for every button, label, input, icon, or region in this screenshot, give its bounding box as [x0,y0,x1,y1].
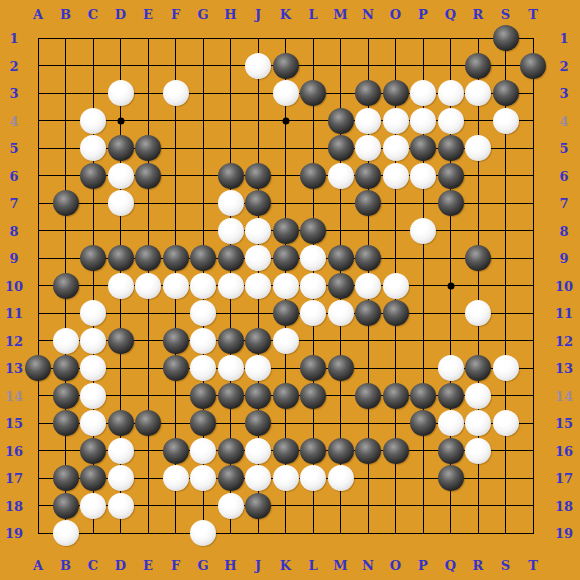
column-label-top-P: P [418,7,428,22]
stone-white-K12[interactable] [273,328,299,354]
row-label-left-3: 3 [9,86,18,101]
column-label-bottom-H: H [224,558,236,573]
stone-white-H13[interactable] [218,355,244,381]
stone-black-J18[interactable] [245,493,271,519]
stone-black-D12[interactable] [108,328,134,354]
stone-white-F3[interactable] [163,80,189,106]
stone-black-J7[interactable] [245,190,271,216]
stone-black-N11[interactable] [355,300,381,326]
stone-black-C17[interactable] [80,465,106,491]
stone-white-J9[interactable] [245,245,271,271]
column-label-top-J: J [255,7,261,22]
column-label-bottom-J: J [255,558,261,573]
row-label-left-12: 12 [5,333,23,348]
stone-white-F17[interactable] [163,465,189,491]
stone-black-Q16[interactable] [438,438,464,464]
stone-black-Q5[interactable] [438,135,464,161]
stone-black-Q14[interactable] [438,383,464,409]
column-label-top-T: T [528,7,538,22]
stone-black-F9[interactable] [163,245,189,271]
stone-white-L10[interactable] [300,273,326,299]
row-label-right-11: 11 [555,306,573,321]
row-label-left-5: 5 [9,141,18,156]
stone-white-J8[interactable] [245,218,271,244]
stone-white-H8[interactable] [218,218,244,244]
stone-black-C16[interactable] [80,438,106,464]
row-label-right-16: 16 [555,443,573,458]
stone-black-B10[interactable] [53,273,79,299]
stone-black-P15[interactable] [410,410,436,436]
row-label-left-7: 7 [9,196,18,211]
stone-white-G16[interactable] [190,438,216,464]
stone-black-O11[interactable] [383,300,409,326]
column-label-top-B: B [60,7,71,22]
stone-black-L3[interactable] [300,80,326,106]
row-label-left-11: 11 [5,306,23,321]
row-label-right-15: 15 [555,416,573,431]
stone-white-P4[interactable] [410,108,436,134]
row-label-right-8: 8 [559,223,568,238]
stone-white-G17[interactable] [190,465,216,491]
stone-black-K16[interactable] [273,438,299,464]
stone-black-E15[interactable] [135,410,161,436]
column-label-bottom-M: M [333,558,347,573]
stone-white-B12[interactable] [53,328,79,354]
row-label-right-18: 18 [555,498,573,513]
stone-white-K10[interactable] [273,273,299,299]
column-label-top-G: G [197,7,208,22]
column-label-bottom-B: B [60,558,71,573]
stone-white-S15[interactable] [493,410,519,436]
stone-black-M16[interactable] [328,438,354,464]
stone-white-D3[interactable] [108,80,134,106]
stone-white-P8[interactable] [410,218,436,244]
stone-white-R15[interactable] [465,410,491,436]
stone-white-G11[interactable] [190,300,216,326]
row-label-left-15: 15 [5,416,23,431]
stone-white-D16[interactable] [108,438,134,464]
row-label-right-14: 14 [555,388,573,403]
stone-black-J15[interactable] [245,410,271,436]
stone-black-L16[interactable] [300,438,326,464]
stone-black-H12[interactable] [218,328,244,354]
stone-black-B14[interactable] [53,383,79,409]
stone-white-R11[interactable] [465,300,491,326]
stone-white-Q3[interactable] [438,80,464,106]
row-label-left-10: 10 [5,278,23,293]
stone-black-K11[interactable] [273,300,299,326]
column-label-top-F: F [171,7,180,22]
stone-white-O4[interactable] [383,108,409,134]
stone-white-S4[interactable] [493,108,519,134]
stone-black-K9[interactable] [273,245,299,271]
stone-black-J12[interactable] [245,328,271,354]
column-label-top-O: O [390,7,401,22]
stone-white-C12[interactable] [80,328,106,354]
row-label-right-9: 9 [559,251,568,266]
column-label-top-C: C [88,7,98,22]
stone-white-M11[interactable] [328,300,354,326]
column-label-bottom-P: P [418,558,428,573]
stone-black-B13[interactable] [53,355,79,381]
stone-white-C13[interactable] [80,355,106,381]
row-label-left-18: 18 [5,498,23,513]
row-label-right-7: 7 [559,196,568,211]
stone-black-H17[interactable] [218,465,244,491]
stone-white-Q13[interactable] [438,355,464,381]
stone-black-B7[interactable] [53,190,79,216]
stone-white-C5[interactable] [80,135,106,161]
row-label-right-17: 17 [555,471,573,486]
stone-white-F10[interactable] [163,273,189,299]
column-label-bottom-D: D [115,558,126,573]
row-label-left-2: 2 [9,58,18,73]
stone-white-S13[interactable] [493,355,519,381]
stone-black-Q7[interactable] [438,190,464,216]
stone-black-B15[interactable] [53,410,79,436]
stone-black-K14[interactable] [273,383,299,409]
stone-black-D5[interactable] [108,135,134,161]
stone-white-O10[interactable] [383,273,409,299]
stone-black-F12[interactable] [163,328,189,354]
row-label-left-1: 1 [9,31,18,46]
column-label-bottom-N: N [362,558,374,573]
row-label-right-4: 4 [559,113,568,128]
stone-black-L6[interactable] [300,163,326,189]
column-label-bottom-T: T [528,558,538,573]
row-label-left-4: 4 [9,113,18,128]
stone-white-Q15[interactable] [438,410,464,436]
row-label-left-14: 14 [5,388,23,403]
stone-black-E9[interactable] [135,245,161,271]
stone-black-N6[interactable] [355,163,381,189]
column-label-bottom-Q: Q [445,558,456,573]
stone-black-C9[interactable] [80,245,106,271]
stone-white-H18[interactable] [218,493,244,519]
stone-white-J10[interactable] [245,273,271,299]
stone-white-D10[interactable] [108,273,134,299]
stone-black-K8[interactable] [273,218,299,244]
stone-black-L8[interactable] [300,218,326,244]
stone-black-M13[interactable] [328,355,354,381]
stone-black-C6[interactable] [80,163,106,189]
row-label-right-5: 5 [559,141,568,156]
stone-white-D18[interactable] [108,493,134,519]
stone-black-H14[interactable] [218,383,244,409]
stone-black-E6[interactable] [135,163,161,189]
stone-black-F13[interactable] [163,355,189,381]
stone-black-O14[interactable] [383,383,409,409]
stone-black-E5[interactable] [135,135,161,161]
column-label-top-S: S [501,7,510,22]
column-label-top-M: M [333,7,347,22]
stone-black-L14[interactable] [300,383,326,409]
stone-white-C4[interactable] [80,108,106,134]
stone-white-L17[interactable] [300,465,326,491]
row-label-left-8: 8 [9,223,18,238]
stone-white-G12[interactable] [190,328,216,354]
stone-black-N3[interactable] [355,80,381,106]
stone-black-D15[interactable] [108,410,134,436]
stone-black-Q17[interactable] [438,465,464,491]
column-label-bottom-R: R [473,558,484,573]
stone-black-R13[interactable] [465,355,491,381]
stone-white-K17[interactable] [273,465,299,491]
column-label-bottom-E: E [143,558,153,573]
stone-black-H16[interactable] [218,438,244,464]
stone-black-G14[interactable] [190,383,216,409]
stone-white-P6[interactable] [410,163,436,189]
stone-black-R9[interactable] [465,245,491,271]
column-label-bottom-F: F [171,558,180,573]
stone-black-M9[interactable] [328,245,354,271]
stone-black-J14[interactable] [245,383,271,409]
stone-white-J2[interactable] [245,53,271,79]
stone-black-L13[interactable] [300,355,326,381]
stone-white-G13[interactable] [190,355,216,381]
stone-black-T2[interactable] [520,53,546,79]
column-label-top-N: N [362,7,374,22]
stone-white-C14[interactable] [80,383,106,409]
stone-white-J13[interactable] [245,355,271,381]
stone-black-F16[interactable] [163,438,189,464]
row-label-right-2: 2 [559,58,568,73]
stone-black-P14[interactable] [410,383,436,409]
column-label-bottom-S: S [501,558,510,573]
grid-line-vertical [533,38,534,534]
go-board[interactable]: AABBCCDDEEFFGGHHJJKKLLMMNNOOPPQQRRSSTT11… [0,0,580,580]
stone-white-E10[interactable] [135,273,161,299]
stone-black-Q6[interactable] [438,163,464,189]
stone-black-R2[interactable] [465,53,491,79]
stone-black-M5[interactable] [328,135,354,161]
stone-black-J6[interactable] [245,163,271,189]
column-label-bottom-K: K [280,558,291,573]
row-label-left-16: 16 [5,443,23,458]
stone-black-P5[interactable] [410,135,436,161]
stone-black-N14[interactable] [355,383,381,409]
row-label-right-10: 10 [555,278,573,293]
column-label-top-D: D [115,7,126,22]
stone-black-H6[interactable] [218,163,244,189]
stone-black-B18[interactable] [53,493,79,519]
stone-white-C11[interactable] [80,300,106,326]
column-label-bottom-G: G [197,558,208,573]
stone-white-N5[interactable] [355,135,381,161]
column-label-top-Q: Q [445,7,456,22]
stone-white-Q4[interactable] [438,108,464,134]
stone-black-K2[interactable] [273,53,299,79]
stone-black-O16[interactable] [383,438,409,464]
stone-white-G19[interactable] [190,520,216,546]
row-label-right-12: 12 [555,333,573,348]
stone-white-M17[interactable] [328,465,354,491]
row-label-left-17: 17 [5,471,23,486]
stone-white-K3[interactable] [273,80,299,106]
stone-white-P3[interactable] [410,80,436,106]
row-label-right-3: 3 [559,86,568,101]
stone-black-A13[interactable] [25,355,51,381]
stone-white-D6[interactable] [108,163,134,189]
stone-white-L9[interactable] [300,245,326,271]
row-label-right-19: 19 [555,526,573,541]
stone-white-R5[interactable] [465,135,491,161]
stone-black-B17[interactable] [53,465,79,491]
stone-black-G15[interactable] [190,410,216,436]
stone-white-N10[interactable] [355,273,381,299]
column-label-bottom-C: C [88,558,98,573]
stone-black-H9[interactable] [218,245,244,271]
stone-white-J16[interactable] [245,438,271,464]
stone-white-O5[interactable] [383,135,409,161]
stone-white-J17[interactable] [245,465,271,491]
column-label-top-E: E [143,7,153,22]
stone-white-D17[interactable] [108,465,134,491]
column-label-top-A: A [33,7,43,22]
stone-black-M4[interactable] [328,108,354,134]
column-label-top-K: K [280,7,291,22]
row-label-left-19: 19 [5,526,23,541]
star-point-D4 [117,117,124,124]
stone-white-R3[interactable] [465,80,491,106]
row-label-right-13: 13 [555,361,573,376]
row-label-left-13: 13 [5,361,23,376]
grid-line-horizontal [38,533,534,534]
stone-white-H10[interactable] [218,273,244,299]
stone-white-G10[interactable] [190,273,216,299]
stone-black-S3[interactable] [493,80,519,106]
stone-white-R14[interactable] [465,383,491,409]
row-label-left-9: 9 [9,251,18,266]
stone-white-D7[interactable] [108,190,134,216]
column-label-top-R: R [473,7,484,22]
row-label-left-6: 6 [9,168,18,183]
stone-black-O3[interactable] [383,80,409,106]
stone-white-C18[interactable] [80,493,106,519]
stone-white-L11[interactable] [300,300,326,326]
stone-black-D9[interactable] [108,245,134,271]
stone-black-N7[interactable] [355,190,381,216]
row-label-right-1: 1 [559,31,568,46]
stone-black-S1[interactable] [493,25,519,51]
column-label-bottom-A: A [33,558,43,573]
column-label-top-H: H [224,7,236,22]
column-label-top-L: L [308,7,317,22]
stone-black-N9[interactable] [355,245,381,271]
stone-white-B19[interactable] [53,520,79,546]
row-label-right-6: 6 [559,168,568,183]
stone-black-G9[interactable] [190,245,216,271]
stone-white-N4[interactable] [355,108,381,134]
star-point-K4 [282,117,289,124]
stone-white-C15[interactable] [80,410,106,436]
stone-white-H7[interactable] [218,190,244,216]
stone-white-R16[interactable] [465,438,491,464]
stone-black-N16[interactable] [355,438,381,464]
column-label-bottom-L: L [308,558,317,573]
column-label-bottom-O: O [390,558,401,573]
star-point-Q10 [447,282,454,289]
stone-black-M10[interactable] [328,273,354,299]
stone-white-M6[interactable] [328,163,354,189]
stone-white-O6[interactable] [383,163,409,189]
